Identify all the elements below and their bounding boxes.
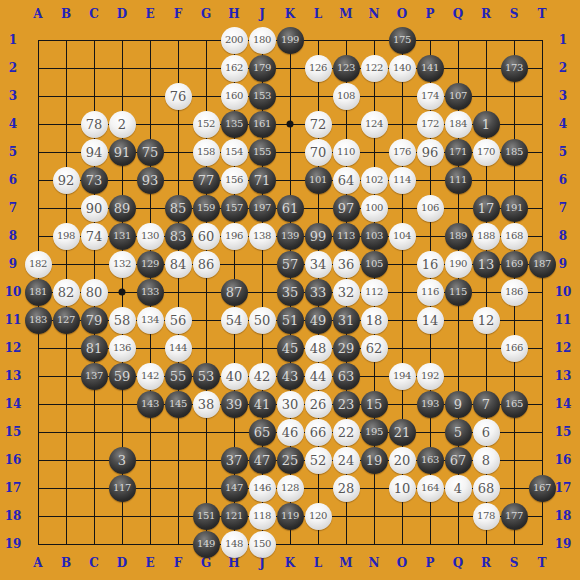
column-label-bottom-D: D	[117, 557, 127, 569]
move-number: 113	[337, 231, 355, 241]
stone-M5[interactable]: 110	[333, 139, 360, 166]
stone-J4[interactable]: 161	[249, 111, 276, 138]
stone-K1[interactable]: 199	[277, 27, 304, 54]
stone-L9[interactable]: 34	[305, 251, 332, 278]
move-number: 83	[170, 230, 187, 243]
stone-L4[interactable]: 72	[305, 111, 332, 138]
stone-N12[interactable]: 62	[361, 335, 388, 362]
stone-P5[interactable]: 96	[417, 139, 444, 166]
column-label-bottom-Q: Q	[453, 557, 463, 569]
stone-G6[interactable]: 77	[193, 167, 220, 194]
move-number: 134	[141, 315, 159, 325]
stone-J14[interactable]: 41	[249, 391, 276, 418]
move-number: 22	[338, 426, 355, 439]
stone-J15[interactable]: 65	[249, 419, 276, 446]
move-number: 41	[254, 398, 271, 411]
stone-H7[interactable]: 157	[221, 195, 248, 222]
stone-K7[interactable]: 61	[277, 195, 304, 222]
stone-E5[interactable]: 75	[137, 139, 164, 166]
move-number: 155	[253, 147, 271, 157]
stone-K13[interactable]: 43	[277, 363, 304, 390]
stone-L6[interactable]: 101	[305, 167, 332, 194]
stone-M12[interactable]: 29	[333, 335, 360, 362]
stone-G4[interactable]: 152	[193, 111, 220, 138]
stone-L14[interactable]: 26	[305, 391, 332, 418]
move-number: 101	[309, 175, 327, 185]
row-label-right-5: 5	[559, 146, 567, 158]
column-label-top-E: E	[145, 8, 154, 20]
stone-S10[interactable]: 186	[501, 279, 528, 306]
move-number: 12	[478, 314, 495, 327]
move-number: 7	[482, 398, 490, 411]
stone-C6[interactable]: 73	[81, 167, 108, 194]
stone-N11[interactable]: 18	[361, 307, 388, 334]
move-number: 141	[421, 63, 439, 73]
move-number: 17	[478, 202, 495, 215]
stone-J13[interactable]: 42	[249, 363, 276, 390]
stone-E14[interactable]: 143	[137, 391, 164, 418]
stone-R8[interactable]: 188	[473, 223, 500, 250]
move-number: 180	[253, 35, 271, 45]
move-number: 1	[482, 118, 490, 131]
stone-D4[interactable]: 2	[109, 111, 136, 138]
stone-F7[interactable]: 85	[165, 195, 192, 222]
stone-B8[interactable]: 198	[53, 223, 80, 250]
move-number: 121	[225, 511, 243, 521]
move-number: 154	[225, 147, 243, 157]
stone-P2[interactable]: 141	[417, 55, 444, 82]
stone-O16[interactable]: 20	[389, 447, 416, 474]
stone-G9[interactable]: 86	[193, 251, 220, 278]
stone-G19[interactable]: 149	[193, 531, 220, 558]
move-number: 176	[393, 147, 411, 157]
stone-O13[interactable]: 194	[389, 363, 416, 390]
stone-K18[interactable]: 119	[277, 503, 304, 530]
move-number: 107	[449, 91, 467, 101]
stone-O2[interactable]: 140	[389, 55, 416, 82]
stone-S8[interactable]: 168	[501, 223, 528, 250]
stone-Q4[interactable]: 184	[445, 111, 472, 138]
stone-P13[interactable]: 192	[417, 363, 444, 390]
move-number: 52	[310, 454, 327, 467]
stone-G13[interactable]: 53	[193, 363, 220, 390]
stone-J1[interactable]: 180	[249, 27, 276, 54]
column-label-top-K: K	[285, 8, 295, 20]
stone-O6[interactable]: 114	[389, 167, 416, 194]
stone-K15[interactable]: 46	[277, 419, 304, 446]
stone-F14[interactable]: 145	[165, 391, 192, 418]
stone-L16[interactable]: 52	[305, 447, 332, 474]
stone-P10[interactable]: 116	[417, 279, 444, 306]
stone-B6[interactable]: 92	[53, 167, 80, 194]
row-label-left-1: 1	[9, 34, 17, 46]
stone-Q15[interactable]: 5	[445, 419, 472, 446]
stone-R5[interactable]: 170	[473, 139, 500, 166]
stone-S9[interactable]: 169	[501, 251, 528, 278]
stone-N8[interactable]: 103	[361, 223, 388, 250]
stone-D8[interactable]: 131	[109, 223, 136, 250]
move-number: 4	[454, 482, 462, 495]
stone-R14[interactable]: 7	[473, 391, 500, 418]
stone-J8[interactable]: 138	[249, 223, 276, 250]
stone-S12[interactable]: 166	[501, 335, 528, 362]
stone-R11[interactable]: 12	[473, 307, 500, 334]
stone-O15[interactable]: 21	[389, 419, 416, 446]
move-number: 72	[310, 118, 327, 131]
stone-E8[interactable]: 130	[137, 223, 164, 250]
stone-B11[interactable]: 127	[53, 307, 80, 334]
move-number: 171	[449, 147, 467, 157]
stone-Q5[interactable]: 171	[445, 139, 472, 166]
move-number: 112	[365, 287, 383, 297]
stone-C5[interactable]: 94	[81, 139, 108, 166]
stone-C10[interactable]: 80	[81, 279, 108, 306]
stone-S2[interactable]: 173	[501, 55, 528, 82]
move-number: 178	[477, 511, 495, 521]
move-number: 49	[310, 314, 327, 327]
stone-M7[interactable]: 97	[333, 195, 360, 222]
stone-R4[interactable]: 1	[473, 111, 500, 138]
move-number: 70	[310, 146, 327, 159]
move-number: 5	[454, 426, 462, 439]
stone-F13[interactable]: 55	[165, 363, 192, 390]
move-number: 81	[86, 342, 103, 355]
stone-Q16[interactable]: 67	[445, 447, 472, 474]
move-number: 79	[86, 314, 103, 327]
stone-C11[interactable]: 79	[81, 307, 108, 334]
stone-K14[interactable]: 30	[277, 391, 304, 418]
stone-Q8[interactable]: 189	[445, 223, 472, 250]
stone-G8[interactable]: 60	[193, 223, 220, 250]
column-label-bottom-B: B	[61, 557, 71, 569]
stone-S14[interactable]: 165	[501, 391, 528, 418]
stone-A11[interactable]: 183	[25, 307, 52, 334]
stone-H2[interactable]: 162	[221, 55, 248, 82]
column-label-top-F: F	[174, 8, 183, 20]
go-board[interactable]: 2001801991751621791261231221401411737616…	[24, 26, 556, 558]
move-number: 3	[118, 454, 126, 467]
stone-P17[interactable]: 164	[417, 475, 444, 502]
stone-Q14[interactable]: 9	[445, 391, 472, 418]
move-number: 127	[57, 315, 75, 325]
stone-Q3[interactable]: 107	[445, 83, 472, 110]
row-label-left-14: 14	[5, 398, 22, 410]
stone-R15[interactable]: 6	[473, 419, 500, 446]
stone-J5[interactable]: 155	[249, 139, 276, 166]
stone-M16[interactable]: 24	[333, 447, 360, 474]
stone-R7[interactable]: 17	[473, 195, 500, 222]
move-number: 136	[113, 343, 131, 353]
stone-H3[interactable]: 160	[221, 83, 248, 110]
stone-Q17[interactable]: 4	[445, 475, 472, 502]
move-number: 84	[170, 258, 187, 271]
move-number: 99	[310, 230, 327, 243]
column-label-top-A: A	[33, 8, 42, 20]
stone-N4[interactable]: 124	[361, 111, 388, 138]
move-number: 89	[114, 202, 131, 215]
stone-H6[interactable]: 156	[221, 167, 248, 194]
stone-A9[interactable]: 182	[25, 251, 52, 278]
stone-M3[interactable]: 108	[333, 83, 360, 110]
stone-P7[interactable]: 106	[417, 195, 444, 222]
stone-O1[interactable]: 175	[389, 27, 416, 54]
row-label-left-19: 19	[5, 538, 22, 550]
move-number: 156	[225, 175, 243, 185]
row-label-right-16: 16	[555, 454, 572, 466]
stone-A10[interactable]: 181	[25, 279, 52, 306]
stone-N15[interactable]: 195	[361, 419, 388, 446]
stone-D17[interactable]: 117	[109, 475, 136, 502]
stone-M13[interactable]: 63	[333, 363, 360, 390]
stone-D7[interactable]: 89	[109, 195, 136, 222]
stone-J17[interactable]: 146	[249, 475, 276, 502]
move-number: 6	[482, 426, 490, 439]
stone-H10[interactable]: 87	[221, 279, 248, 306]
stone-M10[interactable]: 32	[333, 279, 360, 306]
stone-E9[interactable]: 129	[137, 251, 164, 278]
stone-F9[interactable]: 84	[165, 251, 192, 278]
stone-K12[interactable]: 45	[277, 335, 304, 362]
stone-H11[interactable]: 54	[221, 307, 248, 334]
move-number: 188	[477, 231, 495, 241]
column-label-bottom-F: F	[174, 557, 183, 569]
stone-M17[interactable]: 28	[333, 475, 360, 502]
stone-L2[interactable]: 126	[305, 55, 332, 82]
stone-R18[interactable]: 178	[473, 503, 500, 530]
stone-H18[interactable]: 121	[221, 503, 248, 530]
move-number: 148	[225, 539, 243, 549]
stone-H19[interactable]: 148	[221, 531, 248, 558]
stone-K10[interactable]: 35	[277, 279, 304, 306]
move-number: 31	[338, 314, 355, 327]
stone-J11[interactable]: 50	[249, 307, 276, 334]
move-number: 62	[366, 342, 383, 355]
stone-G18[interactable]: 151	[193, 503, 220, 530]
stone-C12[interactable]: 81	[81, 335, 108, 362]
stone-P16[interactable]: 163	[417, 447, 444, 474]
row-label-left-11: 11	[5, 314, 22, 326]
stone-O17[interactable]: 10	[389, 475, 416, 502]
stone-R9[interactable]: 13	[473, 251, 500, 278]
row-label-right-18: 18	[555, 510, 572, 522]
move-number: 169	[505, 259, 523, 269]
move-number: 82	[58, 286, 75, 299]
stone-F11[interactable]: 56	[165, 307, 192, 334]
stone-G14[interactable]: 38	[193, 391, 220, 418]
move-number: 140	[393, 63, 411, 73]
stone-M11[interactable]: 31	[333, 307, 360, 334]
stone-M15[interactable]: 22	[333, 419, 360, 446]
stone-S7[interactable]: 191	[501, 195, 528, 222]
move-number: 128	[281, 483, 299, 493]
go-game-diagram: { "game": "go", "diagram_type": "numbere…	[0, 0, 580, 580]
move-number: 160	[225, 91, 243, 101]
stone-H1[interactable]: 200	[221, 27, 248, 54]
stone-L5[interactable]: 70	[305, 139, 332, 166]
stone-E6[interactable]: 93	[137, 167, 164, 194]
stone-H14[interactable]: 39	[221, 391, 248, 418]
stone-Q6[interactable]: 111	[445, 167, 472, 194]
stone-D16[interactable]: 3	[109, 447, 136, 474]
stone-T9[interactable]: 187	[529, 251, 556, 278]
column-label-top-G: G	[201, 8, 211, 20]
move-number: 153	[253, 91, 271, 101]
stone-E13[interactable]: 142	[137, 363, 164, 390]
move-number: 166	[505, 343, 523, 353]
move-number: 97	[338, 202, 355, 215]
stone-E11[interactable]: 134	[137, 307, 164, 334]
stone-N16[interactable]: 19	[361, 447, 388, 474]
stone-N14[interactable]: 15	[361, 391, 388, 418]
stone-M14[interactable]: 23	[333, 391, 360, 418]
stone-M2[interactable]: 123	[333, 55, 360, 82]
row-label-left-10: 10	[5, 286, 22, 298]
column-label-bottom-L: L	[314, 557, 322, 569]
stone-L13[interactable]: 44	[305, 363, 332, 390]
move-number: 78	[86, 118, 103, 131]
move-number: 189	[449, 231, 467, 241]
stone-N6[interactable]: 102	[361, 167, 388, 194]
stone-P14[interactable]: 193	[417, 391, 444, 418]
stone-B10[interactable]: 82	[53, 279, 80, 306]
stone-H16[interactable]: 37	[221, 447, 248, 474]
stone-S18[interactable]: 177	[501, 503, 528, 530]
stone-L12[interactable]: 48	[305, 335, 332, 362]
move-number: 15	[366, 398, 383, 411]
move-number: 175	[393, 35, 411, 45]
move-number: 162	[225, 63, 243, 73]
stone-C7[interactable]: 90	[81, 195, 108, 222]
stone-C13[interactable]: 137	[81, 363, 108, 390]
stone-K8[interactable]: 139	[277, 223, 304, 250]
stone-N9[interactable]: 105	[361, 251, 388, 278]
column-label-bottom-T: T	[538, 557, 547, 569]
stone-P4[interactable]: 172	[417, 111, 444, 138]
stone-H13[interactable]: 40	[221, 363, 248, 390]
column-label-bottom-N: N	[369, 557, 380, 569]
stone-K17[interactable]: 128	[277, 475, 304, 502]
stone-C8[interactable]: 74	[81, 223, 108, 250]
stone-O5[interactable]: 176	[389, 139, 416, 166]
stone-P9[interactable]: 16	[417, 251, 444, 278]
stone-L11[interactable]: 49	[305, 307, 332, 334]
move-number: 77	[198, 174, 215, 187]
move-number: 16	[422, 258, 439, 271]
stone-K9[interactable]: 57	[277, 251, 304, 278]
stone-D12[interactable]: 136	[109, 335, 136, 362]
move-number: 54	[226, 314, 243, 327]
row-label-left-16: 16	[5, 454, 22, 466]
stone-N2[interactable]: 122	[361, 55, 388, 82]
move-number: 60	[198, 230, 215, 243]
stone-Q10[interactable]: 115	[445, 279, 472, 306]
stone-D5[interactable]: 91	[109, 139, 136, 166]
move-number: 193	[421, 399, 439, 409]
stone-O8[interactable]: 104	[389, 223, 416, 250]
stone-R17[interactable]: 68	[473, 475, 500, 502]
column-label-top-H: H	[228, 8, 239, 20]
stone-D11[interactable]: 58	[109, 307, 136, 334]
stone-R16[interactable]: 8	[473, 447, 500, 474]
move-number: 19	[366, 454, 383, 467]
move-number: 55	[170, 370, 187, 383]
move-number: 21	[394, 426, 411, 439]
move-number: 187	[533, 259, 551, 269]
stone-J6[interactable]: 71	[249, 167, 276, 194]
stone-K16[interactable]: 25	[277, 447, 304, 474]
stone-M9[interactable]: 36	[333, 251, 360, 278]
move-number: 123	[337, 63, 355, 73]
stone-P11[interactable]: 14	[417, 307, 444, 334]
stone-M8[interactable]: 113	[333, 223, 360, 250]
move-number: 186	[505, 287, 523, 297]
stone-J3[interactable]: 153	[249, 83, 276, 110]
stone-F12[interactable]: 144	[165, 335, 192, 362]
stone-S5[interactable]: 185	[501, 139, 528, 166]
stone-D9[interactable]: 132	[109, 251, 136, 278]
move-number: 37	[226, 454, 243, 467]
stone-N10[interactable]: 112	[361, 279, 388, 306]
move-number: 67	[450, 454, 467, 467]
move-number: 80	[86, 286, 103, 299]
column-label-bottom-G: G	[201, 557, 211, 569]
stone-J2[interactable]: 179	[249, 55, 276, 82]
move-number: 130	[141, 231, 159, 241]
stone-L8[interactable]: 99	[305, 223, 332, 250]
stone-F3[interactable]: 76	[165, 83, 192, 110]
stone-G5[interactable]: 158	[193, 139, 220, 166]
stone-D13[interactable]: 59	[109, 363, 136, 390]
stone-E10[interactable]: 133	[137, 279, 164, 306]
stone-L10[interactable]: 33	[305, 279, 332, 306]
move-number: 184	[449, 119, 467, 129]
stone-Q9[interactable]: 190	[445, 251, 472, 278]
move-number: 20	[394, 454, 411, 467]
stone-C4[interactable]: 78	[81, 111, 108, 138]
move-number: 13	[478, 258, 495, 271]
stone-H4[interactable]: 135	[221, 111, 248, 138]
stone-K11[interactable]: 51	[277, 307, 304, 334]
stone-J7[interactable]: 197	[249, 195, 276, 222]
stone-J16[interactable]: 47	[249, 447, 276, 474]
stone-N7[interactable]: 100	[361, 195, 388, 222]
move-number: 177	[505, 511, 523, 521]
move-number: 38	[198, 398, 215, 411]
stone-H8[interactable]: 196	[221, 223, 248, 250]
move-number: 114	[393, 175, 411, 185]
move-number: 45	[282, 342, 299, 355]
move-number: 149	[197, 539, 215, 549]
stone-F8[interactable]: 83	[165, 223, 192, 250]
move-number: 158	[197, 147, 215, 157]
stone-J19[interactable]: 150	[249, 531, 276, 558]
stone-G7[interactable]: 159	[193, 195, 220, 222]
row-label-right-10: 10	[555, 286, 572, 298]
stone-L18[interactable]: 120	[305, 503, 332, 530]
stone-M6[interactable]: 64	[333, 167, 360, 194]
move-number: 75	[142, 146, 159, 159]
stone-L15[interactable]: 66	[305, 419, 332, 446]
move-number: 126	[309, 63, 327, 73]
move-number: 73	[86, 174, 103, 187]
stone-H5[interactable]: 154	[221, 139, 248, 166]
column-label-bottom-S: S	[510, 557, 519, 569]
stone-P3[interactable]: 174	[417, 83, 444, 110]
stone-H17[interactable]: 147	[221, 475, 248, 502]
stone-J18[interactable]: 118	[249, 503, 276, 530]
move-number: 150	[253, 539, 271, 549]
stone-T17[interactable]: 167	[529, 475, 556, 502]
